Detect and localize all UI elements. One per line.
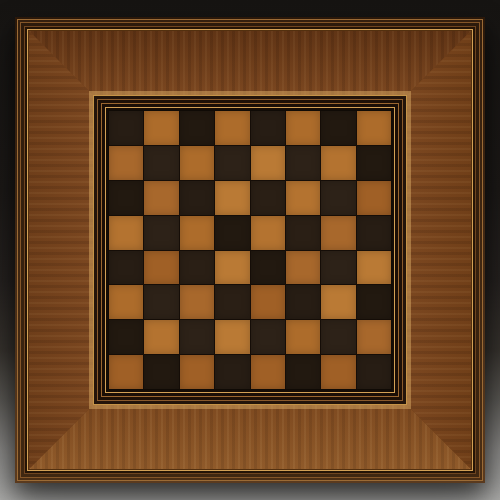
board-square-r2c8-dark: [357, 146, 391, 180]
board-square-r6c3-light: [180, 285, 214, 319]
board-square-r2c4-dark: [215, 146, 249, 180]
board-square-r4c1-light: [109, 216, 143, 250]
board-square-r1c8-light: [357, 111, 391, 145]
frame-band-top: [29, 31, 471, 95]
board-square-r6c2-dark: [144, 285, 178, 319]
board-square-r6c8-dark: [357, 285, 391, 319]
board-square-r7c6-light: [286, 320, 320, 354]
board-square-r3c3-dark: [180, 181, 214, 215]
board-square-r7c2-light: [144, 320, 178, 354]
board-square-r7c1-dark: [109, 320, 143, 354]
board-square-r2c3-light: [180, 146, 214, 180]
board-square-r5c8-light: [357, 251, 391, 285]
photo-backdrop: [0, 0, 500, 500]
board-square-r5c3-dark: [180, 251, 214, 285]
board-square-r3c1-dark: [109, 181, 143, 215]
board-square-r6c1-light: [109, 285, 143, 319]
board-square-r7c8-light: [357, 320, 391, 354]
board-square-r4c6-dark: [286, 216, 320, 250]
board-square-r2c1-light: [109, 146, 143, 180]
board-square-r7c3-dark: [180, 320, 214, 354]
frame-band-left: [29, 31, 93, 469]
board-square-r8c8-dark: [357, 355, 391, 389]
board-square-r2c5-light: [251, 146, 285, 180]
board-square-r4c8-dark: [357, 216, 391, 250]
board-square-r8c6-dark: [286, 355, 320, 389]
outer-molding-ring-2: [20, 22, 480, 478]
mahogany-frame-field: [29, 31, 471, 469]
board-square-r8c2-dark: [144, 355, 178, 389]
board-square-r5c4-light: [215, 251, 249, 285]
board-square-r3c6-light: [286, 181, 320, 215]
inner-molding-ring-2: [97, 99, 403, 401]
board-square-r1c6-light: [286, 111, 320, 145]
board-square-r3c7-dark: [321, 181, 355, 215]
board-square-r1c1-dark: [109, 111, 143, 145]
board-square-r3c8-light: [357, 181, 391, 215]
board-square-r3c4-light: [215, 181, 249, 215]
board-square-r6c7-light: [321, 285, 355, 319]
board-square-r1c3-dark: [180, 111, 214, 145]
board-square-r7c4-light: [215, 320, 249, 354]
board-square-r7c5-dark: [251, 320, 285, 354]
board-square-r6c6-dark: [286, 285, 320, 319]
board-square-r8c7-light: [321, 355, 355, 389]
board-square-r8c1-light: [109, 355, 143, 389]
board-square-r8c5-light: [251, 355, 285, 389]
inner-molding-ring-1: [93, 95, 407, 405]
games-board: [15, 17, 485, 483]
board-square-r5c1-dark: [109, 251, 143, 285]
boxwood-string-outer: [27, 29, 473, 471]
inner-molding-ring-3: [101, 103, 399, 397]
board-square-r1c5-dark: [251, 111, 285, 145]
board-square-r5c6-light: [286, 251, 320, 285]
board-square-r2c7-light: [321, 146, 355, 180]
board-square-r8c3-light: [180, 355, 214, 389]
board-square-r1c7-dark: [321, 111, 355, 145]
board-square-r3c5-dark: [251, 181, 285, 215]
outer-molding-ring-1: [17, 19, 483, 481]
board-square-r8c4-dark: [215, 355, 249, 389]
board-square-r1c2-light: [144, 111, 178, 145]
frame-band-right: [407, 31, 471, 469]
boxwood-string-inner: [105, 107, 395, 393]
board-square-r3c2-light: [144, 181, 178, 215]
frame-band-bottom: [29, 405, 471, 469]
board-square-r6c4-dark: [215, 285, 249, 319]
board-square-r7c7-dark: [321, 320, 355, 354]
board-square-r4c2-dark: [144, 216, 178, 250]
board-square-r1c4-light: [215, 111, 249, 145]
board-square-r6c5-light: [251, 285, 285, 319]
outer-molding-ring-3: [24, 26, 476, 474]
board-square-r4c3-light: [180, 216, 214, 250]
board-square-r5c5-dark: [251, 251, 285, 285]
checker-grid: [108, 110, 392, 390]
board-square-r4c5-light: [251, 216, 285, 250]
board-square-r5c2-light: [144, 251, 178, 285]
board-square-r2c6-dark: [286, 146, 320, 180]
board-square-r4c7-light: [321, 216, 355, 250]
board-square-r5c7-dark: [321, 251, 355, 285]
board-square-r4c4-dark: [215, 216, 249, 250]
board-square-r2c2-dark: [144, 146, 178, 180]
